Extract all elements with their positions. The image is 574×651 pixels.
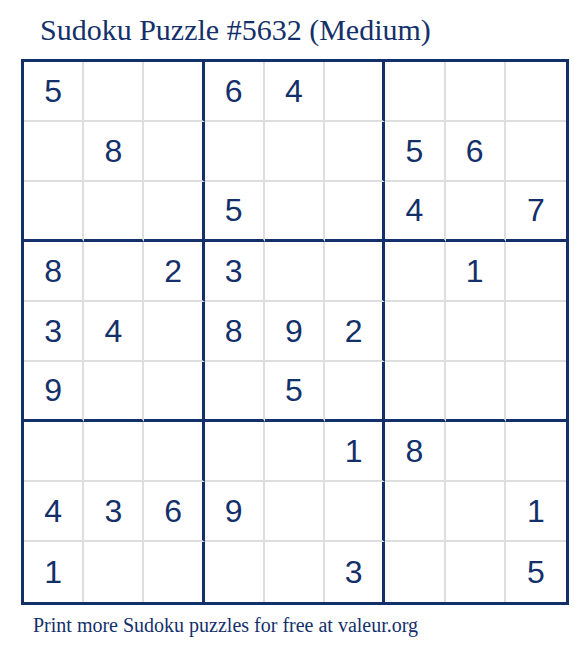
cell-r5c1: 3: [24, 302, 84, 362]
cell-r4c6: [325, 242, 385, 302]
cell-r9c8: [446, 542, 506, 602]
cell-r5c2: 4: [84, 302, 144, 362]
cell-r4c7: [385, 242, 445, 302]
cell-r1c3: [144, 62, 204, 122]
cell-r4c2: [84, 242, 144, 302]
cell-r3c3: [144, 182, 204, 242]
cell-r2c9: [506, 122, 566, 182]
cell-r4c8: 1: [446, 242, 506, 302]
puzzle-title: Sudoku Puzzle #5632 (Medium): [40, 13, 431, 47]
cell-r1c8: [446, 62, 506, 122]
cell-r2c4: [205, 122, 265, 182]
cell-r4c9: [506, 242, 566, 302]
footer-credit: Print more Sudoku puzzles for free at va…: [33, 613, 418, 637]
cell-r1c1: 5: [24, 62, 84, 122]
cell-r3c4: 5: [205, 182, 265, 242]
cell-r7c8: [446, 422, 506, 482]
cell-r4c1: 8: [24, 242, 84, 302]
cell-r7c3: [144, 422, 204, 482]
cell-r3c1: [24, 182, 84, 242]
cell-r7c5: [265, 422, 325, 482]
cell-r5c6: 2: [325, 302, 385, 362]
cell-r6c9: [506, 362, 566, 422]
cell-r9c6: 3: [325, 542, 385, 602]
cell-r5c8: [446, 302, 506, 362]
cell-r7c4: [205, 422, 265, 482]
cell-r6c3: [144, 362, 204, 422]
cell-r1c9: [506, 62, 566, 122]
cell-r9c4: [205, 542, 265, 602]
cell-r7c2: [84, 422, 144, 482]
cell-r6c2: [84, 362, 144, 422]
cell-r2c1: [24, 122, 84, 182]
cell-r3c5: [265, 182, 325, 242]
cell-r3c9: 7: [506, 182, 566, 242]
cell-r9c3: [144, 542, 204, 602]
cell-r4c4: 3: [205, 242, 265, 302]
cell-r6c1: 9: [24, 362, 84, 422]
cell-r5c5: 9: [265, 302, 325, 362]
cell-r2c5: [265, 122, 325, 182]
cell-r4c3: 2: [144, 242, 204, 302]
cell-r9c1: 1: [24, 542, 84, 602]
cell-r8c8: [446, 482, 506, 542]
cell-r4c5: [265, 242, 325, 302]
cell-r7c7: 8: [385, 422, 445, 482]
cell-r2c2: 8: [84, 122, 144, 182]
cell-r2c8: 6: [446, 122, 506, 182]
cell-r1c5: 4: [265, 62, 325, 122]
cell-r6c5: 5: [265, 362, 325, 422]
cell-r8c6: [325, 482, 385, 542]
cell-r3c2: [84, 182, 144, 242]
cell-r6c7: [385, 362, 445, 422]
cell-r6c8: [446, 362, 506, 422]
cell-r1c7: [385, 62, 445, 122]
sudoku-board: 564856547823134892951843691135: [21, 59, 569, 605]
cell-r7c1: [24, 422, 84, 482]
cell-r8c1: 4: [24, 482, 84, 542]
cell-r8c5: [265, 482, 325, 542]
cell-r7c9: [506, 422, 566, 482]
cell-r8c7: [385, 482, 445, 542]
cell-r2c6: [325, 122, 385, 182]
cell-r3c8: [446, 182, 506, 242]
cell-r5c4: 8: [205, 302, 265, 362]
cell-r6c6: [325, 362, 385, 422]
cell-r2c3: [144, 122, 204, 182]
cell-r9c2: [84, 542, 144, 602]
cell-r9c9: 5: [506, 542, 566, 602]
cell-r5c7: [385, 302, 445, 362]
cell-r3c6: [325, 182, 385, 242]
cell-r8c2: 3: [84, 482, 144, 542]
cell-r6c4: [205, 362, 265, 422]
cell-r5c9: [506, 302, 566, 362]
cell-r1c6: [325, 62, 385, 122]
cell-r7c6: 1: [325, 422, 385, 482]
cell-r5c3: [144, 302, 204, 362]
cell-r3c7: 4: [385, 182, 445, 242]
cell-r9c5: [265, 542, 325, 602]
cell-r8c4: 9: [205, 482, 265, 542]
cell-r1c2: [84, 62, 144, 122]
cell-r9c7: [385, 542, 445, 602]
cell-r8c9: 1: [506, 482, 566, 542]
cell-r8c3: 6: [144, 482, 204, 542]
cell-r2c7: 5: [385, 122, 445, 182]
cell-r1c4: 6: [205, 62, 265, 122]
